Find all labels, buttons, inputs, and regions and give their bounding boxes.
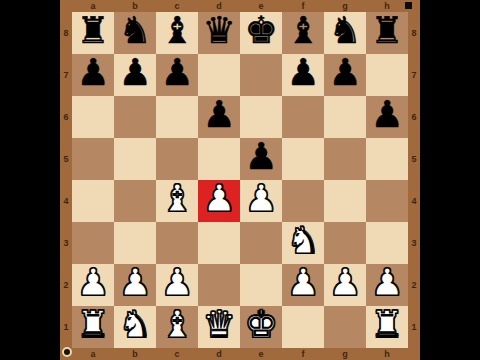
black-knight[interactable]: ♞ [328,10,361,52]
square-d7[interactable] [198,54,240,96]
square-a8[interactable]: ♜ [72,12,114,54]
square-f1[interactable] [282,306,324,348]
square-b2[interactable]: ♟ [114,264,156,306]
square-f5[interactable] [282,138,324,180]
square-f2[interactable]: ♟ [282,264,324,306]
square-d5[interactable] [198,138,240,180]
white-bishop[interactable]: ♝ [160,178,193,220]
white-rook[interactable]: ♜ [76,304,109,346]
square-a4[interactable] [72,180,114,222]
video-frame: abcdefgh abcdefgh 87654321 87654321 ♜♞♝♛… [0,0,480,360]
square-a7[interactable]: ♟ [72,54,114,96]
square-d2[interactable] [198,264,240,306]
black-rook[interactable]: ♜ [76,10,109,52]
square-a1[interactable]: ♜ [72,306,114,348]
square-e2[interactable] [240,264,282,306]
black-bishop[interactable]: ♝ [160,10,193,52]
black-pawn[interactable]: ♟ [286,52,319,94]
square-h1[interactable]: ♜ [366,306,408,348]
white-pawn[interactable]: ♟ [118,262,151,304]
square-h3[interactable] [366,222,408,264]
file-label-a: a [72,348,114,360]
file-label-e: e [240,348,282,360]
square-h6[interactable]: ♟ [366,96,408,138]
rank-label-6: 6 [60,96,72,138]
square-c7[interactable]: ♟ [156,54,198,96]
square-e8[interactable]: ♚ [240,12,282,54]
white-queen[interactable]: ♛ [202,304,235,346]
square-g8[interactable]: ♞ [324,12,366,54]
square-f6[interactable] [282,96,324,138]
file-label-c: c [156,348,198,360]
square-e5[interactable]: ♟ [240,138,282,180]
white-pawn[interactable]: ♟ [286,262,319,304]
square-g7[interactable]: ♟ [324,54,366,96]
black-pawn[interactable]: ♟ [370,94,403,136]
rank-label-7: 7 [408,54,420,96]
black-king[interactable]: ♚ [244,10,277,52]
square-e6[interactable] [240,96,282,138]
file-label-f: f [282,348,324,360]
square-e7[interactable] [240,54,282,96]
rank-label-5: 5 [60,138,72,180]
rank-label-4: 4 [60,180,72,222]
square-c6[interactable] [156,96,198,138]
rank-label-3: 3 [408,222,420,264]
square-h5[interactable] [366,138,408,180]
rank-label-5: 5 [408,138,420,180]
square-c2[interactable]: ♟ [156,264,198,306]
square-e3[interactable] [240,222,282,264]
black-pawn[interactable]: ♟ [202,94,235,136]
file-label-h: h [366,348,408,360]
white-pawn[interactable]: ♟ [160,262,193,304]
square-g1[interactable] [324,306,366,348]
white-pawn[interactable]: ♟ [76,262,109,304]
rank-label-7: 7 [60,54,72,96]
white-pawn[interactable]: ♟ [244,178,277,220]
square-f7[interactable]: ♟ [282,54,324,96]
square-e4[interactable]: ♟ [240,180,282,222]
square-g4[interactable] [324,180,366,222]
square-h2[interactable]: ♟ [366,264,408,306]
square-a5[interactable] [72,138,114,180]
rank-label-2: 2 [408,264,420,306]
square-b6[interactable] [114,96,156,138]
rank-labels-right: 87654321 [408,12,420,348]
rank-label-1: 1 [60,306,72,348]
square-d1[interactable]: ♛ [198,306,240,348]
black-rook[interactable]: ♜ [370,10,403,52]
rank-label-3: 3 [60,222,72,264]
square-f3[interactable]: ♞ [282,222,324,264]
square-a6[interactable] [72,96,114,138]
square-b3[interactable] [114,222,156,264]
file-label-b: b [114,348,156,360]
black-queen[interactable]: ♛ [202,10,235,52]
file-labels-bottom: abcdefgh [72,348,408,360]
square-h7[interactable] [366,54,408,96]
black-pawn[interactable]: ♟ [118,52,151,94]
square-b8[interactable]: ♞ [114,12,156,54]
square-g5[interactable] [324,138,366,180]
white-bishop[interactable]: ♝ [160,304,193,346]
black-pawn[interactable]: ♟ [160,52,193,94]
white-pawn[interactable]: ♟ [370,262,403,304]
square-h4[interactable] [366,180,408,222]
file-label-g: g [324,348,366,360]
rank-label-4: 4 [408,180,420,222]
square-f8[interactable]: ♝ [282,12,324,54]
black-pawn[interactable]: ♟ [328,52,361,94]
square-b7[interactable]: ♟ [114,54,156,96]
square-d4[interactable]: ♟ [198,180,240,222]
square-d8[interactable]: ♛ [198,12,240,54]
black-pawn[interactable]: ♟ [76,52,109,94]
black-bishop[interactable]: ♝ [286,10,319,52]
square-g2[interactable]: ♟ [324,264,366,306]
square-a2[interactable]: ♟ [72,264,114,306]
square-c4[interactable]: ♝ [156,180,198,222]
square-g6[interactable] [324,96,366,138]
square-h8[interactable]: ♜ [366,12,408,54]
white-rook[interactable]: ♜ [370,304,403,346]
square-c1[interactable]: ♝ [156,306,198,348]
square-b4[interactable] [114,180,156,222]
chess-board[interactable]: ♜♞♝♛♚♝♞♜♟♟♟♟♟♟♟♟♝♟♟♞♟♟♟♟♟♟♜♞♝♛♚♜ [72,12,408,348]
rank-label-8: 8 [60,12,72,54]
white-knight[interactable]: ♞ [286,220,319,262]
square-e1[interactable]: ♚ [240,306,282,348]
white-knight[interactable]: ♞ [118,304,151,346]
square-c3[interactable] [156,222,198,264]
black-knight[interactable]: ♞ [118,10,151,52]
rank-labels-left: 87654321 [60,12,72,348]
rank-label-2: 2 [60,264,72,306]
square-c5[interactable] [156,138,198,180]
record-square-icon [405,2,412,9]
chess-board-frame: abcdefgh abcdefgh 87654321 87654321 ♜♞♝♛… [60,0,420,360]
rank-label-6: 6 [408,96,420,138]
square-d6[interactable]: ♟ [198,96,240,138]
rank-label-1: 1 [408,306,420,348]
square-d3[interactable] [198,222,240,264]
rank-label-8: 8 [408,12,420,54]
square-b5[interactable] [114,138,156,180]
circle-marker-icon [62,347,72,357]
square-f4[interactable] [282,180,324,222]
white-king[interactable]: ♚ [244,304,277,346]
black-pawn[interactable]: ♟ [244,136,277,178]
square-g3[interactable] [324,222,366,264]
white-pawn[interactable]: ♟ [202,178,235,220]
square-b1[interactable]: ♞ [114,306,156,348]
square-a3[interactable] [72,222,114,264]
square-c8[interactable]: ♝ [156,12,198,54]
file-label-d: d [198,348,240,360]
white-pawn[interactable]: ♟ [328,262,361,304]
